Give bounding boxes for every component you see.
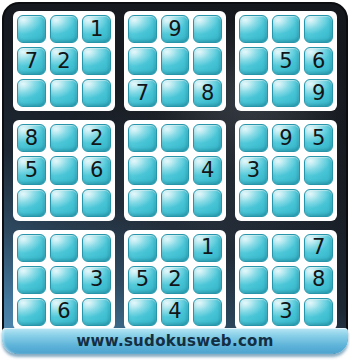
cell-r9c4-empty[interactable] (128, 298, 157, 326)
box-8: 1524 (124, 230, 226, 330)
cell-r2c6-empty[interactable] (193, 47, 222, 75)
cell-r6c1-empty[interactable] (17, 189, 46, 217)
cell-r4c9-given[interactable]: 5 (304, 124, 333, 152)
cell-r8c8-empty[interactable] (272, 266, 301, 294)
cell-r5c5-empty[interactable] (161, 156, 190, 184)
cell-r3c2-empty[interactable] (50, 79, 79, 107)
box-9: 783 (235, 230, 337, 330)
box-7: 36 (13, 230, 115, 330)
cell-r9c3-empty[interactable] (82, 298, 111, 326)
cell-r3c9-given[interactable]: 9 (304, 79, 333, 107)
cell-r3c7-empty[interactable] (239, 79, 268, 107)
cell-r5c4-empty[interactable] (128, 156, 157, 184)
box-4: 8256 (13, 120, 115, 220)
cell-r6c8-empty[interactable] (272, 189, 301, 217)
cell-r1c2-empty[interactable] (50, 15, 79, 43)
site-link[interactable]: www.sudokusweb.com (76, 332, 273, 350)
box-1: 172 (13, 11, 115, 111)
cell-r5c8-empty[interactable] (272, 156, 301, 184)
cell-r8c1-empty[interactable] (17, 266, 46, 294)
cell-r2c7-empty[interactable] (239, 47, 268, 75)
cell-r6c3-empty[interactable] (82, 189, 111, 217)
cell-r5c2-empty[interactable] (50, 156, 79, 184)
cell-r9c1-empty[interactable] (17, 298, 46, 326)
cell-r1c7-empty[interactable] (239, 15, 268, 43)
box-2: 978 (124, 11, 226, 111)
cell-r3c8-empty[interactable] (272, 79, 301, 107)
cell-r9c6-empty[interactable] (193, 298, 222, 326)
cell-r6c7-empty[interactable] (239, 189, 268, 217)
cell-r4c1-given[interactable]: 8 (17, 124, 46, 152)
cell-r4c8-given[interactable]: 9 (272, 124, 301, 152)
cell-r4c6-empty[interactable] (193, 124, 222, 152)
cell-r7c4-empty[interactable] (128, 234, 157, 262)
cell-r4c7-empty[interactable] (239, 124, 268, 152)
cell-r4c5-empty[interactable] (161, 124, 190, 152)
cell-r1c6-empty[interactable] (193, 15, 222, 43)
box-6: 953 (235, 120, 337, 220)
cell-r6c2-empty[interactable] (50, 189, 79, 217)
cell-r1c9-empty[interactable] (304, 15, 333, 43)
cell-r3c6-given[interactable]: 8 (193, 79, 222, 107)
cell-r8c4-given[interactable]: 5 (128, 266, 157, 294)
cell-r7c2-empty[interactable] (50, 234, 79, 262)
cell-r8c5-given[interactable]: 2 (161, 266, 190, 294)
cell-r1c5-given[interactable]: 9 (161, 15, 190, 43)
cell-r2c4-empty[interactable] (128, 47, 157, 75)
cell-r7c5-empty[interactable] (161, 234, 190, 262)
cell-r7c7-empty[interactable] (239, 234, 268, 262)
cell-r4c3-given[interactable]: 2 (82, 124, 111, 152)
box-3: 569 (235, 11, 337, 111)
cell-r6c5-empty[interactable] (161, 189, 190, 217)
board-frame: 17297856982564953361524783 www.sudokuswe… (2, 2, 348, 354)
box-5: 4 (124, 120, 226, 220)
cell-r2c8-given[interactable]: 5 (272, 47, 301, 75)
cell-r2c1-given[interactable]: 7 (17, 47, 46, 75)
cell-r3c5-empty[interactable] (161, 79, 190, 107)
cell-r9c5-given[interactable]: 4 (161, 298, 190, 326)
footer-band: www.sudokusweb.com (2, 328, 348, 354)
cell-r5c9-empty[interactable] (304, 156, 333, 184)
sudoku-board: 17297856982564953361524783 (13, 11, 337, 330)
sudoku-widget: 17297856982564953361524783 www.sudokuswe… (0, 0, 350, 360)
cell-r6c6-empty[interactable] (193, 189, 222, 217)
cell-r2c3-empty[interactable] (82, 47, 111, 75)
cell-r7c6-given[interactable]: 1 (193, 234, 222, 262)
cell-r9c7-empty[interactable] (239, 298, 268, 326)
cell-r1c8-empty[interactable] (272, 15, 301, 43)
cell-r8c6-empty[interactable] (193, 266, 222, 294)
cell-r1c4-empty[interactable] (128, 15, 157, 43)
cell-r1c3-given[interactable]: 1 (82, 15, 111, 43)
cell-r1c1-empty[interactable] (17, 15, 46, 43)
cell-r2c9-given[interactable]: 6 (304, 47, 333, 75)
cell-r6c4-empty[interactable] (128, 189, 157, 217)
cell-r3c3-empty[interactable] (82, 79, 111, 107)
cell-r8c3-given[interactable]: 3 (82, 266, 111, 294)
cell-r7c8-empty[interactable] (272, 234, 301, 262)
cell-r4c2-empty[interactable] (50, 124, 79, 152)
cell-r7c9-given[interactable]: 7 (304, 234, 333, 262)
cell-r5c3-given[interactable]: 6 (82, 156, 111, 184)
cell-r3c1-empty[interactable] (17, 79, 46, 107)
cell-r9c2-given[interactable]: 6 (50, 298, 79, 326)
cell-r5c6-given[interactable]: 4 (193, 156, 222, 184)
cell-r3c4-given[interactable]: 7 (128, 79, 157, 107)
cell-r6c9-empty[interactable] (304, 189, 333, 217)
cell-r2c5-empty[interactable] (161, 47, 190, 75)
cell-r5c1-given[interactable]: 5 (17, 156, 46, 184)
cell-r4c4-empty[interactable] (128, 124, 157, 152)
cell-r7c1-empty[interactable] (17, 234, 46, 262)
cell-r8c7-empty[interactable] (239, 266, 268, 294)
cell-r8c9-given[interactable]: 8 (304, 266, 333, 294)
cell-r2c2-given[interactable]: 2 (50, 47, 79, 75)
cell-r9c9-empty[interactable] (304, 298, 333, 326)
cell-r7c3-empty[interactable] (82, 234, 111, 262)
cell-r5c7-given[interactable]: 3 (239, 156, 268, 184)
cell-r8c2-empty[interactable] (50, 266, 79, 294)
cell-r9c8-given[interactable]: 3 (272, 298, 301, 326)
